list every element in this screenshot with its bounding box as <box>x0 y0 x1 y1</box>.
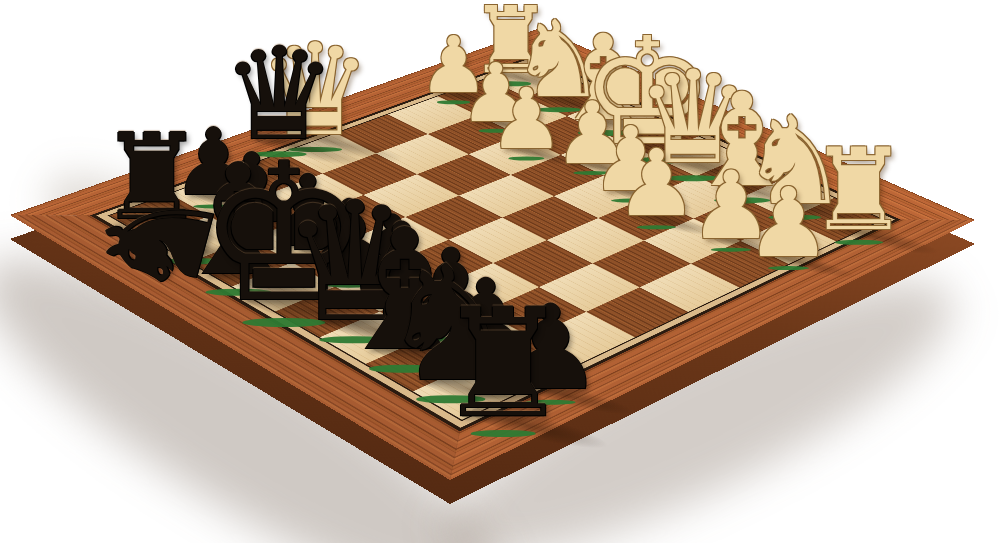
piece-black-rook-a8: ♜ <box>436 288 570 438</box>
piece-white-pawn-f2: ♟ <box>489 77 564 161</box>
chess-set-product-photo: ♜♞♝♚♛♝♞♜♟♟♟♟♟♟♟♟♜♞♝♚♛♝♞♜♟♟♟♟♟♟♟♟♛♛ <box>0 0 1000 543</box>
white-pawn-icon: ♟ <box>745 175 831 271</box>
white-pawn-icon: ♟ <box>615 138 697 230</box>
black-rook-icon: ♜ <box>436 288 570 438</box>
piece-white-pawn-a2: ♟ <box>745 175 831 271</box>
white-pawn-icon: ♟ <box>489 77 564 161</box>
piece-white-pawn-c2: ♟ <box>615 138 697 230</box>
